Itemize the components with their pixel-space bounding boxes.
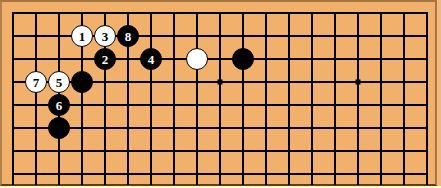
white-stone: 1 xyxy=(71,25,93,47)
black-stone: 4 xyxy=(140,48,162,70)
go-diagram: 12345678 xyxy=(0,0,441,188)
black-stone: 2 xyxy=(94,48,116,70)
white-stone: 5 xyxy=(48,71,70,93)
black-stone xyxy=(71,71,93,93)
white-stone: 7 xyxy=(25,71,47,93)
black-stone xyxy=(48,117,70,139)
black-stone: 6 xyxy=(48,94,70,116)
board-grid: 12345678 xyxy=(2,2,439,186)
black-stone xyxy=(232,48,254,70)
white-stone: 3 xyxy=(94,25,116,47)
white-stone xyxy=(186,48,208,70)
black-stone: 8 xyxy=(117,25,139,47)
